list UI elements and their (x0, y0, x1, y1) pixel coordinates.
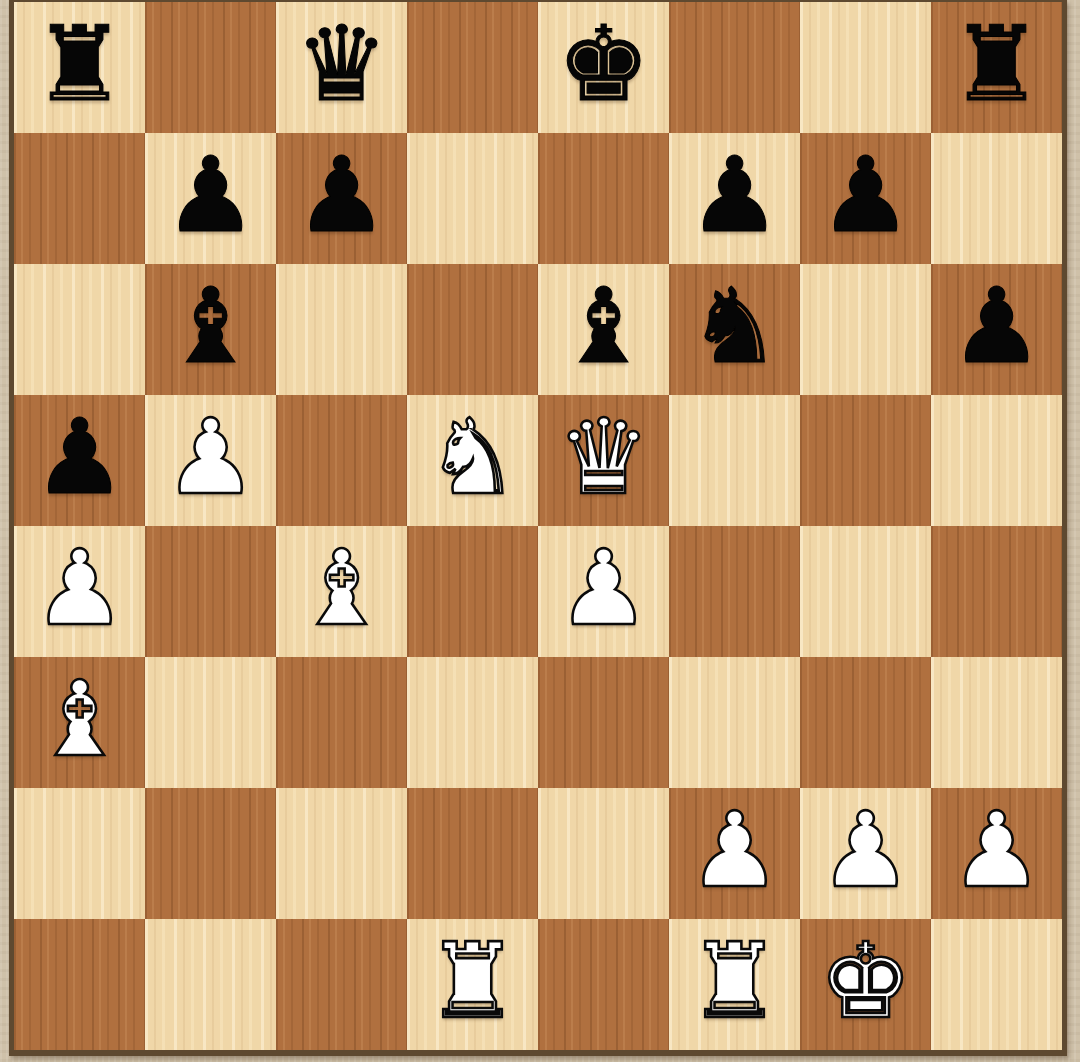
square-c1[interactable] (276, 919, 407, 1050)
square-c3[interactable] (276, 657, 407, 788)
square-g3[interactable] (800, 657, 931, 788)
square-a7[interactable] (14, 133, 145, 264)
piece-black-pawn[interactable]: ♟ (688, 143, 781, 247)
square-a3[interactable]: ♝ (14, 657, 145, 788)
square-e8[interactable]: ♚ (538, 2, 669, 133)
square-a2[interactable] (14, 788, 145, 919)
square-c2[interactable] (276, 788, 407, 919)
square-c4[interactable]: ♝ (276, 526, 407, 657)
square-f1[interactable]: ♜ (669, 919, 800, 1050)
square-e7[interactable] (538, 133, 669, 264)
piece-white-pawn[interactable]: ♟ (950, 798, 1043, 902)
square-a6[interactable] (14, 264, 145, 395)
piece-black-pawn[interactable]: ♟ (33, 405, 126, 509)
square-d8[interactable] (407, 2, 538, 133)
piece-black-pawn[interactable]: ♟ (295, 143, 388, 247)
square-g4[interactable] (800, 526, 931, 657)
chess-board: ♜♛♚♜♟♟♟♟♝♝♞♟♟♟♞♛♟♝♟♝♟♟♟♜♜♚ (14, 2, 1062, 1050)
piece-black-pawn[interactable]: ♟ (819, 143, 912, 247)
square-f8[interactable] (669, 2, 800, 133)
square-f5[interactable] (669, 395, 800, 526)
square-h8[interactable]: ♜ (931, 2, 1062, 133)
square-g5[interactable] (800, 395, 931, 526)
square-a5[interactable]: ♟ (14, 395, 145, 526)
square-b7[interactable]: ♟ (145, 133, 276, 264)
square-f4[interactable] (669, 526, 800, 657)
square-b6[interactable]: ♝ (145, 264, 276, 395)
piece-white-pawn[interactable]: ♟ (819, 798, 912, 902)
square-c6[interactable] (276, 264, 407, 395)
square-h3[interactable] (931, 657, 1062, 788)
square-e1[interactable] (538, 919, 669, 1050)
square-g8[interactable] (800, 2, 931, 133)
square-d7[interactable] (407, 133, 538, 264)
square-d1[interactable]: ♜ (407, 919, 538, 1050)
square-e6[interactable]: ♝ (538, 264, 669, 395)
square-h2[interactable]: ♟ (931, 788, 1062, 919)
chess-board-frame: ♜♛♚♜♟♟♟♟♝♝♞♟♟♟♞♛♟♝♟♝♟♟♟♜♜♚ (9, 0, 1067, 1056)
square-f7[interactable]: ♟ (669, 133, 800, 264)
square-c7[interactable]: ♟ (276, 133, 407, 264)
square-f2[interactable]: ♟ (669, 788, 800, 919)
piece-white-pawn[interactable]: ♟ (688, 798, 781, 902)
piece-white-pawn[interactable]: ♟ (557, 536, 650, 640)
piece-white-knight[interactable]: ♞ (426, 405, 519, 509)
square-h5[interactable] (931, 395, 1062, 526)
square-h6[interactable]: ♟ (931, 264, 1062, 395)
square-a1[interactable] (14, 919, 145, 1050)
piece-black-king[interactable]: ♚ (557, 12, 650, 116)
piece-white-pawn[interactable]: ♟ (33, 536, 126, 640)
square-g1[interactable]: ♚ (800, 919, 931, 1050)
piece-black-knight[interactable]: ♞ (688, 274, 781, 378)
piece-white-bishop[interactable]: ♝ (33, 667, 126, 771)
square-e3[interactable] (538, 657, 669, 788)
square-d4[interactable] (407, 526, 538, 657)
square-g2[interactable]: ♟ (800, 788, 931, 919)
piece-white-pawn[interactable]: ♟ (164, 405, 257, 509)
piece-black-bishop[interactable]: ♝ (557, 274, 650, 378)
piece-white-king[interactable]: ♚ (819, 929, 912, 1033)
square-b3[interactable] (145, 657, 276, 788)
piece-white-rook[interactable]: ♜ (426, 929, 519, 1033)
square-e4[interactable]: ♟ (538, 526, 669, 657)
square-f6[interactable]: ♞ (669, 264, 800, 395)
square-h7[interactable] (931, 133, 1062, 264)
square-b5[interactable]: ♟ (145, 395, 276, 526)
square-d2[interactable] (407, 788, 538, 919)
square-g7[interactable]: ♟ (800, 133, 931, 264)
piece-black-pawn[interactable]: ♟ (164, 143, 257, 247)
square-a8[interactable]: ♜ (14, 2, 145, 133)
piece-black-pawn[interactable]: ♟ (950, 274, 1043, 378)
piece-black-queen[interactable]: ♛ (295, 12, 388, 116)
square-c8[interactable]: ♛ (276, 2, 407, 133)
piece-black-bishop[interactable]: ♝ (164, 274, 257, 378)
square-f3[interactable] (669, 657, 800, 788)
square-b4[interactable] (145, 526, 276, 657)
square-h1[interactable] (931, 919, 1062, 1050)
piece-white-rook[interactable]: ♜ (688, 929, 781, 1033)
square-d3[interactable] (407, 657, 538, 788)
square-h4[interactable] (931, 526, 1062, 657)
square-b1[interactable] (145, 919, 276, 1050)
square-g6[interactable] (800, 264, 931, 395)
piece-white-queen[interactable]: ♛ (557, 405, 650, 509)
square-c5[interactable] (276, 395, 407, 526)
square-b2[interactable] (145, 788, 276, 919)
square-b8[interactable] (145, 2, 276, 133)
square-e2[interactable] (538, 788, 669, 919)
square-e5[interactable]: ♛ (538, 395, 669, 526)
piece-white-bishop[interactable]: ♝ (295, 536, 388, 640)
square-d5[interactable]: ♞ (407, 395, 538, 526)
square-a4[interactable]: ♟ (14, 526, 145, 657)
piece-black-rook[interactable]: ♜ (950, 12, 1043, 116)
piece-black-rook[interactable]: ♜ (33, 12, 126, 116)
square-d6[interactable] (407, 264, 538, 395)
